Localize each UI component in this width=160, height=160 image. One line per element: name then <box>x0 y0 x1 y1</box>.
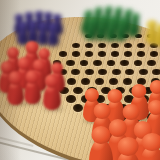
peg-head <box>18 57 31 70</box>
peg-orange[interactable] <box>89 126 113 160</box>
peg-green[interactable] <box>85 16 100 40</box>
peg-head <box>130 13 140 23</box>
peg-head <box>87 16 98 26</box>
peg-head <box>8 71 22 85</box>
peg-head <box>148 100 160 115</box>
peg-head <box>18 22 28 31</box>
peg-head <box>117 17 128 27</box>
pegs-layer <box>0 0 160 160</box>
peg-orange[interactable] <box>115 137 141 160</box>
peg-head <box>94 103 111 119</box>
peg-head <box>25 70 39 84</box>
peg-green[interactable] <box>115 17 130 41</box>
peg-red[interactable] <box>43 74 61 110</box>
peg-yellow[interactable] <box>154 24 160 46</box>
peg-head <box>150 80 160 94</box>
peg-body <box>43 84 61 110</box>
peg-red[interactable] <box>24 70 41 104</box>
peg-purple[interactable] <box>47 23 59 46</box>
peg-orange[interactable] <box>139 133 160 160</box>
peg-head <box>118 137 139 156</box>
peg-head <box>123 104 140 120</box>
peg-head <box>51 62 63 74</box>
peg-head <box>85 88 99 102</box>
peg-red[interactable] <box>7 71 24 105</box>
peg-body <box>47 30 59 46</box>
chinese-checkers-photo-scene <box>0 0 160 160</box>
peg-head <box>48 23 58 32</box>
peg-head <box>142 133 160 151</box>
peg-head <box>155 24 160 33</box>
